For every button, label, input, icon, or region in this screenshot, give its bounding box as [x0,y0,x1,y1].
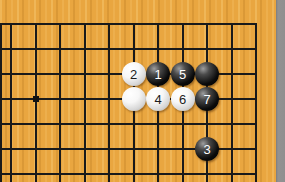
grid-line-vertical [84,23,86,182]
grid-line-vertical [10,23,12,182]
grid-line-vertical [35,23,37,182]
stone-white-4[interactable]: 4 [146,87,170,111]
board-edge-shadow [276,0,285,182]
stone-move-number: 3 [203,142,210,155]
stone-white-2[interactable]: 2 [122,62,146,86]
stone-move-number: 1 [154,67,161,80]
stone-move-number: 2 [130,67,137,80]
grid-line-vertical [231,23,233,182]
stone-black-5[interactable]: 5 [171,62,195,86]
stone-black-3[interactable]: 3 [195,137,219,161]
stone-black[interactable] [195,62,219,86]
left-crop-edge-line [0,23,2,182]
stone-white[interactable] [122,87,146,111]
grid-line-vertical [108,23,110,182]
stone-white-6[interactable]: 6 [171,87,195,111]
stone-black-7[interactable]: 7 [195,87,219,111]
grid-line-horizontal [0,123,257,125]
grid-line-vertical [255,23,257,182]
star-point [33,96,39,102]
go-diagram: 2154673 [0,0,285,182]
stone-move-number: 7 [203,92,210,105]
grid-line-vertical [59,23,61,182]
grid-line-horizontal [0,23,257,25]
stone-move-number: 4 [154,92,161,105]
stone-black-1[interactable]: 1 [146,62,170,86]
grid-line-horizontal [0,48,257,50]
grid-line-horizontal [0,173,257,175]
stone-move-number: 6 [179,92,186,105]
stone-move-number: 5 [179,67,186,80]
go-board[interactable]: 2154673 [0,0,276,182]
